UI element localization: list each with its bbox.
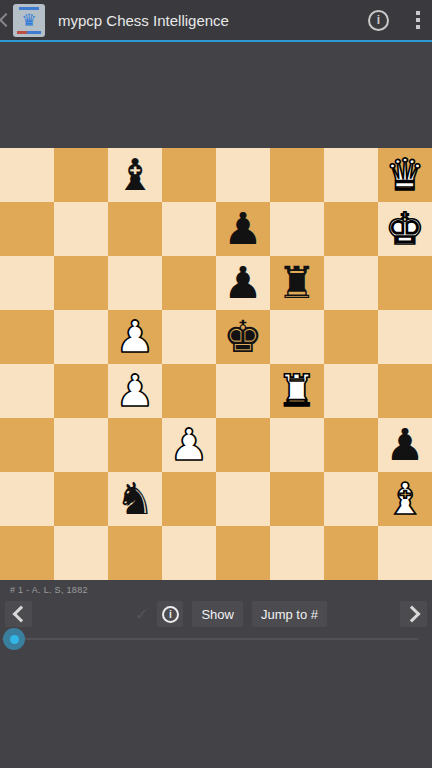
square-c7[interactable] bbox=[108, 202, 162, 256]
square-b3[interactable] bbox=[54, 418, 108, 472]
square-g8[interactable] bbox=[324, 148, 378, 202]
seekbar-track[interactable] bbox=[2, 638, 418, 640]
square-h2[interactable]: ♝ bbox=[378, 472, 432, 526]
overflow-menu-icon[interactable] bbox=[416, 11, 420, 29]
square-f2[interactable] bbox=[270, 472, 324, 526]
square-b5[interactable] bbox=[54, 310, 108, 364]
square-g2[interactable] bbox=[324, 472, 378, 526]
empty-area bbox=[0, 42, 432, 148]
problem-seekbar[interactable] bbox=[0, 628, 432, 660]
square-e4[interactable] bbox=[216, 364, 270, 418]
white-bishop: ♝ bbox=[385, 472, 424, 526]
square-h3[interactable]: ♟ bbox=[378, 418, 432, 472]
square-f8[interactable] bbox=[270, 148, 324, 202]
square-h7[interactable]: ♚ bbox=[378, 202, 432, 256]
square-a6[interactable] bbox=[0, 256, 54, 310]
square-e7[interactable]: ♟ bbox=[216, 202, 270, 256]
white-pawn: ♟ bbox=[169, 418, 208, 472]
back-caret-icon[interactable] bbox=[0, 13, 13, 27]
square-h4[interactable] bbox=[378, 364, 432, 418]
black-pawn: ♟ bbox=[223, 202, 262, 256]
white-rook: ♜ bbox=[277, 364, 316, 418]
square-d2[interactable] bbox=[162, 472, 216, 526]
square-c1[interactable] bbox=[108, 526, 162, 580]
black-pawn: ♟ bbox=[385, 418, 424, 472]
black-bishop: ♝ bbox=[115, 148, 154, 202]
chevron-left-icon bbox=[12, 606, 29, 623]
app-launcher-icon[interactable]: ♛ bbox=[13, 4, 45, 37]
square-d8[interactable] bbox=[162, 148, 216, 202]
jump-to-number-button[interactable]: Jump to # bbox=[252, 601, 327, 627]
chevron-right-icon bbox=[403, 606, 420, 623]
square-e3[interactable] bbox=[216, 418, 270, 472]
info-icon[interactable]: i bbox=[368, 10, 389, 31]
show-button[interactable]: Show bbox=[192, 601, 243, 627]
black-rook: ♜ bbox=[277, 256, 316, 310]
square-b7[interactable] bbox=[54, 202, 108, 256]
square-g1[interactable] bbox=[324, 526, 378, 580]
black-knight: ♞ bbox=[115, 472, 154, 526]
square-f3[interactable] bbox=[270, 418, 324, 472]
seekbar-thumb[interactable] bbox=[3, 628, 25, 650]
square-h1[interactable] bbox=[378, 526, 432, 580]
square-b1[interactable] bbox=[54, 526, 108, 580]
square-d6[interactable] bbox=[162, 256, 216, 310]
square-e6[interactable]: ♟ bbox=[216, 256, 270, 310]
square-f4[interactable]: ♜ bbox=[270, 364, 324, 418]
square-e5[interactable]: ♚ bbox=[216, 310, 270, 364]
square-c2[interactable]: ♞ bbox=[108, 472, 162, 526]
white-king: ♚ bbox=[385, 202, 424, 256]
square-g7[interactable] bbox=[324, 202, 378, 256]
square-g3[interactable] bbox=[324, 418, 378, 472]
square-a1[interactable] bbox=[0, 526, 54, 580]
square-b8[interactable] bbox=[54, 148, 108, 202]
square-f6[interactable]: ♜ bbox=[270, 256, 324, 310]
square-g6[interactable] bbox=[324, 256, 378, 310]
white-queen: ♛ bbox=[385, 148, 424, 202]
square-c3[interactable] bbox=[108, 418, 162, 472]
crown-icon: ♛ bbox=[21, 12, 36, 29]
square-f7[interactable] bbox=[270, 202, 324, 256]
square-c4[interactable]: ♟ bbox=[108, 364, 162, 418]
square-a2[interactable] bbox=[0, 472, 54, 526]
seekbar-thumb-dot bbox=[10, 635, 19, 644]
square-h8[interactable]: ♛ bbox=[378, 148, 432, 202]
square-f1[interactable] bbox=[270, 526, 324, 580]
next-problem-button[interactable] bbox=[400, 601, 427, 627]
square-c5[interactable]: ♟ bbox=[108, 310, 162, 364]
square-g5[interactable] bbox=[324, 310, 378, 364]
square-d7[interactable] bbox=[162, 202, 216, 256]
white-pawn: ♟ bbox=[115, 364, 154, 418]
previous-problem-button[interactable] bbox=[5, 601, 32, 627]
square-e8[interactable] bbox=[216, 148, 270, 202]
square-b6[interactable] bbox=[54, 256, 108, 310]
square-b2[interactable] bbox=[54, 472, 108, 526]
bottom-toolbar: ✓ i Show Jump to # bbox=[0, 600, 432, 628]
square-c6[interactable] bbox=[108, 256, 162, 310]
square-e1[interactable] bbox=[216, 526, 270, 580]
square-e2[interactable] bbox=[216, 472, 270, 526]
black-king: ♚ bbox=[223, 310, 262, 364]
square-h6[interactable] bbox=[378, 256, 432, 310]
square-g4[interactable] bbox=[324, 364, 378, 418]
square-b4[interactable] bbox=[54, 364, 108, 418]
square-d4[interactable] bbox=[162, 364, 216, 418]
square-d1[interactable] bbox=[162, 526, 216, 580]
problem-info-button[interactable]: i bbox=[157, 601, 183, 627]
square-d3[interactable]: ♟ bbox=[162, 418, 216, 472]
problem-caption: # 1 - A. L. S, 1882 bbox=[0, 580, 432, 600]
square-a3[interactable] bbox=[0, 418, 54, 472]
check-icon: ✓ bbox=[135, 605, 148, 624]
app-title: mypcp Chess Intelligence bbox=[58, 12, 229, 29]
square-f5[interactable] bbox=[270, 310, 324, 364]
black-pawn: ♟ bbox=[223, 256, 262, 310]
square-h5[interactable] bbox=[378, 310, 432, 364]
white-pawn: ♟ bbox=[115, 310, 154, 364]
square-a8[interactable] bbox=[0, 148, 54, 202]
square-a5[interactable] bbox=[0, 310, 54, 364]
square-a4[interactable] bbox=[0, 364, 54, 418]
background bbox=[0, 658, 432, 768]
square-c8[interactable]: ♝ bbox=[108, 148, 162, 202]
app-bar: ♛ mypcp Chess Intelligence i bbox=[0, 0, 432, 42]
info-icon: i bbox=[162, 606, 179, 623]
square-d5[interactable] bbox=[162, 310, 216, 364]
chess-board[interactable]: ♝♛♟♚♟♜♟♚♟♜♟♟♞♝ bbox=[0, 148, 432, 580]
square-a7[interactable] bbox=[0, 202, 54, 256]
